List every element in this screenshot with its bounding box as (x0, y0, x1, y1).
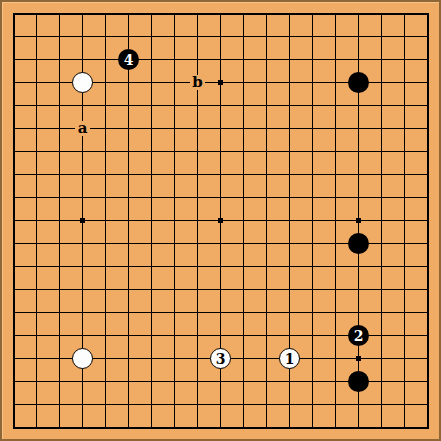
intersection (301, 2, 324, 25)
intersection (393, 416, 416, 439)
intersection (163, 370, 186, 393)
intersection (232, 393, 255, 416)
intersection (278, 94, 301, 117)
intersection (278, 278, 301, 301)
intersection (301, 347, 324, 370)
intersection (347, 255, 370, 278)
white-stone (72, 348, 93, 369)
intersection (278, 163, 301, 186)
intersection (2, 71, 25, 94)
intersection (370, 2, 393, 25)
intersection (209, 71, 232, 94)
intersection (48, 347, 71, 370)
intersection (209, 393, 232, 416)
intersection (163, 117, 186, 140)
intersection (163, 48, 186, 71)
intersection (370, 393, 393, 416)
intersection (232, 71, 255, 94)
intersection (2, 278, 25, 301)
intersection (48, 278, 71, 301)
intersection (48, 416, 71, 439)
intersection (393, 117, 416, 140)
intersection (186, 25, 209, 48)
intersection (278, 140, 301, 163)
intersection (140, 140, 163, 163)
intersection (140, 48, 163, 71)
point-label-b: b (190, 75, 205, 90)
intersection (186, 278, 209, 301)
intersection (232, 2, 255, 25)
intersection (71, 48, 94, 71)
intersection (324, 209, 347, 232)
intersection (370, 255, 393, 278)
intersection (370, 232, 393, 255)
intersection (232, 278, 255, 301)
intersection (71, 232, 94, 255)
intersection (278, 393, 301, 416)
black-stone-move-4: 4 (118, 49, 139, 70)
intersection (255, 163, 278, 186)
intersection (416, 278, 439, 301)
intersection (25, 370, 48, 393)
intersection (117, 163, 140, 186)
intersection (117, 416, 140, 439)
intersection (209, 301, 232, 324)
intersection (2, 347, 25, 370)
intersection (347, 416, 370, 439)
intersection (324, 48, 347, 71)
intersection (186, 416, 209, 439)
intersection (140, 209, 163, 232)
intersection (25, 117, 48, 140)
intersection (347, 209, 370, 232)
black-stone (348, 72, 369, 93)
intersection (209, 163, 232, 186)
intersection (255, 48, 278, 71)
intersection (71, 163, 94, 186)
intersection (255, 324, 278, 347)
intersection (48, 140, 71, 163)
intersection (324, 324, 347, 347)
intersection (140, 370, 163, 393)
intersection (255, 370, 278, 393)
intersection (232, 301, 255, 324)
intersection (232, 232, 255, 255)
intersection (48, 71, 71, 94)
star-point (218, 80, 223, 85)
intersection (278, 48, 301, 71)
intersection (370, 71, 393, 94)
board-grid: 4ba231 (2, 2, 439, 439)
intersection (209, 370, 232, 393)
intersection: 2 (347, 324, 370, 347)
intersection (71, 2, 94, 25)
intersection (186, 347, 209, 370)
intersection (255, 232, 278, 255)
intersection (209, 255, 232, 278)
intersection (324, 2, 347, 25)
intersection (255, 2, 278, 25)
intersection (301, 370, 324, 393)
intersection (48, 232, 71, 255)
intersection (232, 48, 255, 71)
intersection (163, 255, 186, 278)
intersection (301, 25, 324, 48)
intersection (370, 117, 393, 140)
intersection (94, 163, 117, 186)
intersection (2, 209, 25, 232)
intersection (416, 2, 439, 25)
intersection (209, 2, 232, 25)
intersection (255, 301, 278, 324)
intersection (278, 25, 301, 48)
intersection (163, 140, 186, 163)
intersection (94, 324, 117, 347)
intersection (48, 393, 71, 416)
intersection (140, 301, 163, 324)
intersection (301, 416, 324, 439)
intersection (117, 186, 140, 209)
intersection (209, 25, 232, 48)
intersection (347, 71, 370, 94)
intersection (25, 209, 48, 232)
intersection (347, 25, 370, 48)
intersection (393, 347, 416, 370)
intersection (232, 209, 255, 232)
intersection (25, 186, 48, 209)
intersection (25, 94, 48, 117)
intersection (278, 232, 301, 255)
intersection (232, 117, 255, 140)
intersection (94, 2, 117, 25)
intersection (71, 255, 94, 278)
intersection (255, 117, 278, 140)
intersection (163, 186, 186, 209)
intersection (255, 255, 278, 278)
intersection (186, 94, 209, 117)
intersection (140, 163, 163, 186)
intersection (370, 301, 393, 324)
intersection (117, 393, 140, 416)
intersection (324, 278, 347, 301)
intersection (255, 25, 278, 48)
intersection (186, 232, 209, 255)
intersection (2, 94, 25, 117)
intersection (94, 301, 117, 324)
go-board: 4ba231 (0, 0, 441, 441)
intersection (94, 370, 117, 393)
intersection (71, 301, 94, 324)
intersection (186, 117, 209, 140)
intersection (186, 324, 209, 347)
intersection (370, 278, 393, 301)
intersection (301, 163, 324, 186)
intersection (140, 278, 163, 301)
intersection (163, 25, 186, 48)
intersection (393, 186, 416, 209)
intersection (186, 255, 209, 278)
intersection (140, 71, 163, 94)
intersection (370, 186, 393, 209)
intersection (416, 324, 439, 347)
intersection (370, 209, 393, 232)
intersection (347, 393, 370, 416)
intersection (370, 48, 393, 71)
intersection (48, 324, 71, 347)
intersection (186, 370, 209, 393)
intersection (324, 255, 347, 278)
intersection (301, 301, 324, 324)
intersection (94, 278, 117, 301)
intersection (324, 301, 347, 324)
intersection (186, 393, 209, 416)
intersection (117, 25, 140, 48)
intersection (140, 255, 163, 278)
intersection (255, 186, 278, 209)
intersection (347, 278, 370, 301)
intersection (347, 347, 370, 370)
intersection (71, 209, 94, 232)
intersection (25, 393, 48, 416)
intersection (25, 324, 48, 347)
intersection (117, 255, 140, 278)
intersection (347, 94, 370, 117)
intersection (48, 370, 71, 393)
intersection (255, 71, 278, 94)
intersection (347, 163, 370, 186)
intersection (140, 347, 163, 370)
intersection (2, 416, 25, 439)
intersection (209, 324, 232, 347)
intersection (71, 25, 94, 48)
intersection (393, 255, 416, 278)
intersection (416, 71, 439, 94)
intersection (370, 25, 393, 48)
intersection (117, 117, 140, 140)
intersection (301, 393, 324, 416)
intersection (393, 370, 416, 393)
black-stone (348, 371, 369, 392)
intersection (94, 71, 117, 94)
intersection (163, 393, 186, 416)
intersection (94, 25, 117, 48)
intersection (301, 71, 324, 94)
intersection (163, 324, 186, 347)
intersection (324, 25, 347, 48)
intersection (393, 301, 416, 324)
intersection (2, 163, 25, 186)
intersection (25, 347, 48, 370)
intersection (2, 2, 25, 25)
intersection (140, 117, 163, 140)
intersection (324, 117, 347, 140)
intersection (94, 186, 117, 209)
intersection: 3 (209, 347, 232, 370)
intersection (232, 255, 255, 278)
intersection (347, 117, 370, 140)
intersection (301, 117, 324, 140)
intersection (25, 416, 48, 439)
intersection (163, 209, 186, 232)
intersection (186, 48, 209, 71)
intersection (393, 25, 416, 48)
intersection (255, 94, 278, 117)
intersection (324, 232, 347, 255)
intersection (94, 117, 117, 140)
intersection (416, 209, 439, 232)
star-point (356, 356, 361, 361)
point-label-a: a (75, 121, 90, 136)
intersection (370, 140, 393, 163)
intersection (163, 2, 186, 25)
intersection (25, 255, 48, 278)
intersection (416, 140, 439, 163)
intersection (48, 301, 71, 324)
intersection (140, 25, 163, 48)
intersection (255, 278, 278, 301)
intersection (416, 416, 439, 439)
intersection (117, 278, 140, 301)
intersection (2, 370, 25, 393)
intersection (163, 301, 186, 324)
intersection (2, 117, 25, 140)
intersection (186, 301, 209, 324)
intersection (71, 393, 94, 416)
intersection (25, 48, 48, 71)
intersection (2, 48, 25, 71)
intersection (347, 2, 370, 25)
intersection (232, 140, 255, 163)
intersection (117, 324, 140, 347)
intersection (209, 140, 232, 163)
intersection (393, 94, 416, 117)
intersection (117, 209, 140, 232)
intersection (255, 393, 278, 416)
intersection (416, 255, 439, 278)
intersection (209, 117, 232, 140)
intersection (2, 25, 25, 48)
intersection (278, 186, 301, 209)
intersection (140, 324, 163, 347)
intersection (278, 255, 301, 278)
intersection (370, 416, 393, 439)
star-point (356, 218, 361, 223)
intersection (186, 163, 209, 186)
intersection: 4 (117, 48, 140, 71)
intersection (117, 71, 140, 94)
intersection (2, 324, 25, 347)
intersection (393, 71, 416, 94)
intersection (2, 255, 25, 278)
intersection (209, 416, 232, 439)
intersection (71, 186, 94, 209)
intersection (48, 255, 71, 278)
intersection (209, 278, 232, 301)
intersection (393, 209, 416, 232)
intersection (140, 416, 163, 439)
star-point (80, 218, 85, 223)
intersection (117, 370, 140, 393)
intersection: a (71, 117, 94, 140)
intersection (163, 347, 186, 370)
intersection (232, 94, 255, 117)
intersection (25, 71, 48, 94)
intersection (48, 48, 71, 71)
intersection (48, 25, 71, 48)
intersection (232, 347, 255, 370)
star-point (218, 218, 223, 223)
intersection (347, 370, 370, 393)
intersection (416, 186, 439, 209)
intersection (94, 232, 117, 255)
intersection (393, 393, 416, 416)
intersection (71, 278, 94, 301)
intersection (117, 140, 140, 163)
intersection (255, 209, 278, 232)
intersection (347, 232, 370, 255)
intersection: 1 (278, 347, 301, 370)
intersection (94, 94, 117, 117)
intersection (416, 48, 439, 71)
intersection (416, 94, 439, 117)
intersection (301, 48, 324, 71)
intersection (94, 209, 117, 232)
intersection (186, 2, 209, 25)
intersection (324, 94, 347, 117)
intersection (278, 324, 301, 347)
intersection (117, 94, 140, 117)
intersection (209, 232, 232, 255)
intersection (25, 25, 48, 48)
intersection (278, 416, 301, 439)
intersection (370, 347, 393, 370)
intersection (48, 209, 71, 232)
intersection (163, 71, 186, 94)
intersection (416, 117, 439, 140)
intersection (25, 140, 48, 163)
intersection (140, 393, 163, 416)
black-stone (348, 233, 369, 254)
intersection (209, 186, 232, 209)
intersection (140, 94, 163, 117)
intersection (278, 2, 301, 25)
intersection (2, 393, 25, 416)
intersection (71, 370, 94, 393)
intersection (71, 416, 94, 439)
intersection (393, 2, 416, 25)
intersection (416, 163, 439, 186)
intersection (416, 232, 439, 255)
intersection (2, 186, 25, 209)
intersection (370, 324, 393, 347)
intersection (301, 186, 324, 209)
intersection (2, 140, 25, 163)
intersection (48, 2, 71, 25)
intersection (2, 232, 25, 255)
intersection (370, 163, 393, 186)
intersection (94, 416, 117, 439)
intersection (393, 48, 416, 71)
intersection (186, 186, 209, 209)
intersection (255, 347, 278, 370)
intersection (163, 232, 186, 255)
intersection (232, 324, 255, 347)
intersection (347, 186, 370, 209)
intersection (278, 71, 301, 94)
intersection (393, 140, 416, 163)
intersection (232, 416, 255, 439)
intersection (71, 140, 94, 163)
